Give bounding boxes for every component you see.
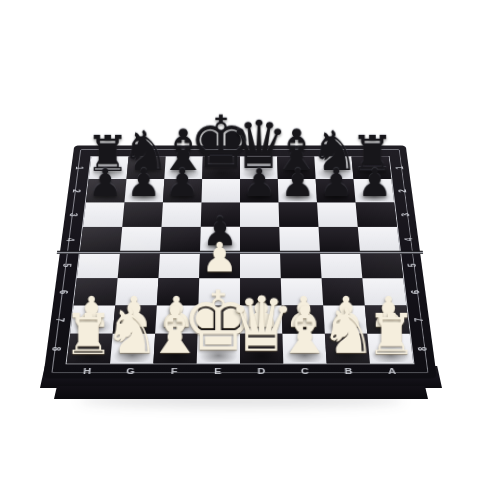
square-B8[interactable]: ♞ [325,334,370,364]
coordinate-label: C [283,367,327,375]
coordinate-label: 1 [395,166,406,169]
square-D4[interactable] [240,227,280,252]
white-pawn[interactable]: ♟ [201,237,238,278]
coordinate-label: 3 [68,213,79,216]
black-pawn[interactable]: ♟ [126,163,161,202]
coordinate-label: 8 [417,346,429,350]
coordinate-label: 5 [407,263,419,267]
square-C3[interactable] [279,202,319,226]
square-H5[interactable] [77,252,120,278]
coordinate-label: B [327,367,371,375]
coordinate-label: F [153,367,197,375]
coordinate-label: D [240,367,284,375]
coordinate-label: G [109,367,153,375]
coordinate-label: 5 [62,263,74,267]
square-F3[interactable] [162,202,202,226]
square-C4[interactable] [279,227,320,252]
coordinate-label: 4 [404,238,415,242]
black-pawn[interactable]: ♟ [88,163,123,202]
square-G4[interactable] [120,227,162,252]
square-H4[interactable] [80,227,122,252]
chess-set-photo: ♜♞♝♚♛♝♞♜♟♟♟♟♟♟♟♟♟♟♟♟♟♟♟♟♜♞♝♚♛♝♞♜ HGFEDCB… [0,0,480,480]
black-pawn[interactable]: ♟ [358,163,393,202]
board-grid: ♜♞♝♚♛♝♞♜♟♟♟♟♟♟♟♟♟♟♟♟♟♟♟♟♜♞♝♚♛♝♞♜ [67,156,414,363]
square-A2[interactable]: ♟ [353,179,394,202]
square-H3[interactable] [83,202,124,226]
square-A4[interactable] [358,227,400,252]
square-B2[interactable]: ♟ [316,179,356,202]
coordinate-label: 3 [401,213,412,216]
square-G3[interactable] [122,202,163,226]
square-F2[interactable]: ♟ [163,179,202,202]
square-F4[interactable] [160,227,201,252]
coordinate-label: 6 [58,290,70,294]
square-A8[interactable]: ♜ [367,334,413,364]
square-H2[interactable]: ♟ [86,179,127,202]
board-frame: ♜♞♝♚♛♝♞♜♟♟♟♟♟♟♟♟♟♟♟♟♟♟♟♟♜♞♝♚♛♝♞♜ HGFEDCB… [43,145,437,378]
coordinate-label: 2 [398,189,409,192]
black-pawn[interactable]: ♟ [242,163,277,202]
square-B5[interactable] [320,252,362,278]
square-C5[interactable] [280,252,322,278]
square-E2[interactable] [201,179,240,202]
file-labels: HGFEDCBA [65,365,415,377]
square-C2[interactable]: ♟ [278,179,317,202]
square-D2[interactable]: ♟ [240,179,279,202]
black-pawn[interactable]: ♟ [319,163,354,202]
board-base-edge-lower [54,386,428,399]
square-A3[interactable] [356,202,397,226]
coordinate-label: 4 [65,238,76,242]
square-B3[interactable] [317,202,358,226]
square-G5[interactable] [118,252,160,278]
coordinate-label: 1 [74,166,85,169]
coordinate-label: A [370,367,414,375]
black-pawn[interactable]: ♟ [280,163,315,202]
coordinate-label: 6 [410,290,422,294]
square-A5[interactable] [360,252,403,278]
white-rook[interactable]: ♜ [366,306,416,362]
coordinate-label: 8 [51,346,63,350]
coordinate-label: E [196,367,240,375]
square-D3[interactable] [240,202,279,226]
square-B4[interactable] [318,227,360,252]
square-G2[interactable]: ♟ [124,179,164,202]
black-pawn[interactable]: ♟ [165,163,200,202]
coordinate-label: 2 [71,189,82,192]
coordinate-label: H [65,367,109,375]
